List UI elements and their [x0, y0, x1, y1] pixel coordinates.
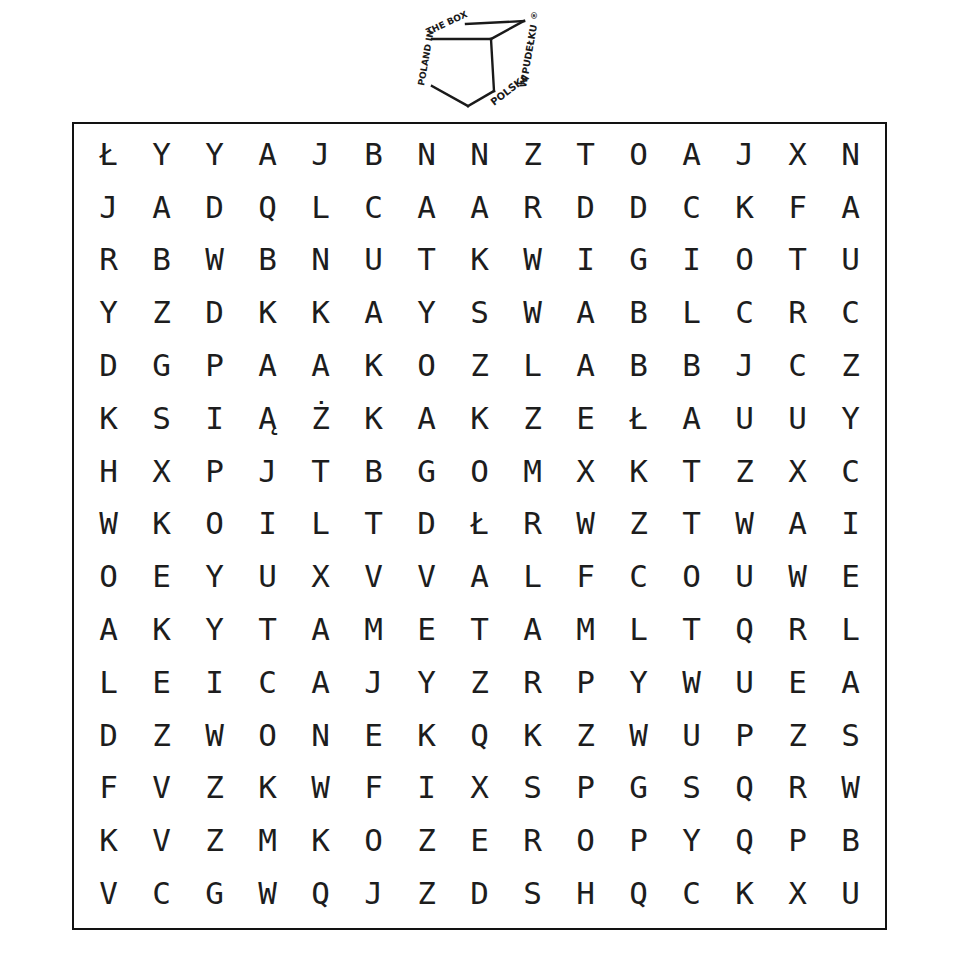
grid-cell[interactable]: R — [506, 498, 559, 551]
grid-cell[interactable]: O — [665, 550, 718, 603]
grid-cell[interactable]: N — [824, 128, 877, 181]
grid-cell[interactable]: W — [771, 550, 824, 603]
grid-cell[interactable]: A — [824, 656, 877, 709]
grid-cell[interactable]: T — [665, 445, 718, 498]
grid-cell[interactable]: W — [559, 498, 612, 551]
grid-cell[interactable]: R — [771, 286, 824, 339]
grid-cell[interactable]: Ł — [82, 128, 135, 181]
grid-cell[interactable]: N — [294, 709, 347, 762]
grid-cell[interactable]: H — [559, 867, 612, 920]
grid-cell[interactable]: A — [665, 392, 718, 445]
grid-cell[interactable]: U — [824, 234, 877, 287]
grid-cell[interactable]: W — [188, 709, 241, 762]
grid-cell[interactable]: W — [612, 709, 665, 762]
grid-cell[interactable]: A — [559, 339, 612, 392]
grid-cell[interactable]: W — [824, 762, 877, 815]
grid-cell[interactable]: J — [294, 128, 347, 181]
grid-cell[interactable]: K — [82, 814, 135, 867]
grid-cell[interactable]: I — [241, 498, 294, 551]
grid-cell[interactable]: K — [347, 392, 400, 445]
grid-cell[interactable]: A — [294, 656, 347, 709]
grid-cell[interactable]: Z — [400, 814, 453, 867]
grid-cell[interactable]: W — [241, 867, 294, 920]
grid-cell[interactable]: Z — [771, 709, 824, 762]
grid-cell[interactable]: O — [188, 498, 241, 551]
grid-cell[interactable]: M — [506, 445, 559, 498]
brand-logo: THE BOX POLAND IN POLSKA W PUDEŁKU ® — [411, 5, 563, 117]
grid-cell[interactable]: I — [559, 234, 612, 287]
grid-cell[interactable]: Z — [453, 339, 506, 392]
grid-cell[interactable]: M — [559, 603, 612, 656]
grid-cell[interactable]: J — [718, 128, 771, 181]
grid-cell[interactable]: J — [82, 181, 135, 234]
grid-cell[interactable]: J — [347, 867, 400, 920]
grid-cell[interactable]: T — [453, 603, 506, 656]
registered-trademark-icon: ® — [530, 12, 538, 21]
grid-cell[interactable]: V — [347, 550, 400, 603]
grid-cell[interactable]: T — [665, 603, 718, 656]
grid-cell[interactable]: Q — [612, 867, 665, 920]
grid-cell[interactable]: A — [135, 181, 188, 234]
grid-cell[interactable]: P — [188, 339, 241, 392]
grid-cell[interactable]: R — [771, 603, 824, 656]
grid-cell[interactable]: N — [294, 234, 347, 287]
grid-cell[interactable]: C — [771, 339, 824, 392]
grid-cell[interactable]: B — [612, 286, 665, 339]
grid-cell[interactable]: W — [718, 498, 771, 551]
grid-cell[interactable]: C — [665, 181, 718, 234]
grid-cell[interactable]: D — [612, 181, 665, 234]
grid-cell[interactable]: U — [771, 392, 824, 445]
grid-cell[interactable]: K — [506, 709, 559, 762]
grid-cell[interactable]: L — [294, 498, 347, 551]
grid-cell[interactable]: I — [400, 762, 453, 815]
grid-cell[interactable]: O — [559, 814, 612, 867]
grid-cell[interactable]: D — [559, 181, 612, 234]
grid-cell[interactable]: Q — [294, 867, 347, 920]
grid-cell[interactable]: Z — [824, 339, 877, 392]
grid-cell[interactable]: E — [135, 656, 188, 709]
grid-cell[interactable]: C — [612, 550, 665, 603]
grid-cell[interactable]: Y — [188, 128, 241, 181]
grid-cell[interactable]: A — [771, 498, 824, 551]
grid-cell[interactable]: J — [241, 445, 294, 498]
grid-cell[interactable]: Y — [612, 656, 665, 709]
grid-cell[interactable]: C — [824, 445, 877, 498]
grid-cell[interactable]: Z — [559, 709, 612, 762]
grid-cell[interactable]: T — [241, 603, 294, 656]
grid-cell[interactable]: R — [506, 181, 559, 234]
grid-cell[interactable]: R — [82, 234, 135, 287]
page: THE BOX POLAND IN POLSKA W PUDEŁKU ® ŁYY… — [0, 0, 960, 960]
grid-cell[interactable]: Z — [188, 814, 241, 867]
grid-cell[interactable]: V — [135, 762, 188, 815]
grid-cell[interactable]: V — [135, 814, 188, 867]
grid-cell[interactable]: F — [82, 762, 135, 815]
box-bottom-left-edge — [432, 86, 468, 106]
grid-cell[interactable]: I — [188, 392, 241, 445]
grid-cell[interactable]: R — [771, 762, 824, 815]
grid-cell[interactable]: I — [824, 498, 877, 551]
grid-cell[interactable]: S — [506, 867, 559, 920]
grid-cell[interactable]: C — [718, 286, 771, 339]
grid-cell[interactable]: A — [453, 550, 506, 603]
grid-cell[interactable]: K — [241, 762, 294, 815]
grid-cell[interactable]: S — [506, 762, 559, 815]
grid-cell[interactable]: T — [347, 498, 400, 551]
grid-cell[interactable]: O — [400, 339, 453, 392]
grid-cell[interactable]: M — [347, 603, 400, 656]
grid-cell[interactable]: O — [718, 234, 771, 287]
grid-cell[interactable]: R — [506, 656, 559, 709]
grid-cell[interactable]: T — [400, 234, 453, 287]
grid-cell[interactable]: I — [665, 234, 718, 287]
grid-cell[interactable]: K — [135, 498, 188, 551]
grid-cell[interactable]: X — [771, 867, 824, 920]
grid-cell[interactable]: Q — [718, 603, 771, 656]
grid-cell[interactable]: S — [665, 762, 718, 815]
grid-cell[interactable]: Z — [400, 867, 453, 920]
grid-cell[interactable]: G — [612, 762, 665, 815]
grid-cell[interactable]: F — [347, 762, 400, 815]
grid-cell[interactable]: X — [559, 445, 612, 498]
grid-cell[interactable]: Y — [400, 286, 453, 339]
grid-cell[interactable]: S — [453, 286, 506, 339]
grid-cell[interactable]: W — [506, 286, 559, 339]
grid-cell[interactable]: B — [135, 234, 188, 287]
grid-cell[interactable]: A — [294, 339, 347, 392]
grid-cell[interactable]: B — [241, 234, 294, 287]
box-top-back-edge — [466, 21, 524, 24]
grid-cell[interactable]: R — [506, 814, 559, 867]
grid-cell[interactable]: X — [771, 128, 824, 181]
grid-cell[interactable]: O — [82, 550, 135, 603]
grid-cell[interactable]: W — [665, 656, 718, 709]
grid-cell[interactable]: X — [135, 445, 188, 498]
grid-cell[interactable]: P — [718, 709, 771, 762]
grid-cell[interactable]: X — [294, 550, 347, 603]
grid-cell[interactable]: D — [188, 286, 241, 339]
grid-cell[interactable]: L — [612, 603, 665, 656]
grid-cell[interactable]: U — [718, 656, 771, 709]
grid-cell[interactable]: L — [824, 603, 877, 656]
grid-cell[interactable]: Z — [135, 286, 188, 339]
grid-cell[interactable]: B — [347, 128, 400, 181]
grid-cell[interactable]: Ł — [612, 392, 665, 445]
grid-cell[interactable]: K — [135, 603, 188, 656]
grid-cell[interactable]: E — [771, 656, 824, 709]
box-top-right-edge — [491, 21, 524, 39]
grid-cell[interactable]: C — [241, 656, 294, 709]
grid-cell[interactable]: P — [612, 814, 665, 867]
grid-cell[interactable]: F — [771, 181, 824, 234]
grid-cell[interactable]: P — [559, 762, 612, 815]
grid-cell[interactable]: T — [294, 445, 347, 498]
grid-cell[interactable]: U — [824, 867, 877, 920]
grid-cell[interactable]: K — [718, 181, 771, 234]
grid-cell[interactable]: K — [612, 445, 665, 498]
grid-cell[interactable]: S — [824, 709, 877, 762]
box-front-right-edge — [491, 39, 494, 91]
grid-cell[interactable]: W — [188, 234, 241, 287]
grid-cell[interactable]: W — [294, 762, 347, 815]
grid-cell[interactable]: K — [347, 339, 400, 392]
grid-cell[interactable]: P — [559, 656, 612, 709]
grid-cell[interactable]: C — [135, 867, 188, 920]
grid-cell[interactable]: P — [188, 445, 241, 498]
grid-cell[interactable]: V — [82, 867, 135, 920]
grid-cell[interactable]: L — [506, 550, 559, 603]
grid-cell[interactable]: X — [453, 762, 506, 815]
grid-cell[interactable]: A — [294, 603, 347, 656]
grid-cell[interactable]: K — [718, 867, 771, 920]
grid-cell[interactable]: E — [824, 550, 877, 603]
grid-cell[interactable]: U — [718, 392, 771, 445]
grid-cell[interactable]: O — [347, 814, 400, 867]
grid-cell[interactable]: A — [824, 181, 877, 234]
grid-cell[interactable]: T — [665, 498, 718, 551]
grid-cell[interactable]: K — [241, 286, 294, 339]
grid-cell[interactable]: G — [400, 445, 453, 498]
grid-cell[interactable]: F — [559, 550, 612, 603]
grid-cell[interactable]: Y — [665, 814, 718, 867]
grid-cell[interactable]: Q — [241, 181, 294, 234]
grid-cell[interactable]: Z — [718, 445, 771, 498]
grid-cell[interactable]: Z — [612, 498, 665, 551]
grid-cell[interactable]: B — [665, 339, 718, 392]
grid-cell[interactable]: Z — [506, 392, 559, 445]
grid-cell[interactable]: O — [241, 709, 294, 762]
grid-cell[interactable]: G — [612, 234, 665, 287]
grid-cell[interactable]: K — [453, 234, 506, 287]
grid-cell[interactable]: I — [188, 656, 241, 709]
puzzle-border: ŁYYAJBNNZTOAJXNJADQLCAARDDCKFARBWBNUTKWI… — [72, 122, 887, 930]
grid-cell[interactable]: U — [347, 234, 400, 287]
grid-cell[interactable]: A — [506, 603, 559, 656]
grid-cell[interactable]: Ł — [453, 498, 506, 551]
grid-cell[interactable]: H — [82, 445, 135, 498]
grid-cell[interactable]: L — [294, 181, 347, 234]
grid-cell[interactable]: Y — [135, 128, 188, 181]
grid-cell[interactable]: L — [665, 286, 718, 339]
grid-cell[interactable]: A — [559, 286, 612, 339]
grid-cell[interactable]: Z — [453, 656, 506, 709]
grid-cell[interactable]: S — [135, 392, 188, 445]
grid-cell[interactable]: Z — [506, 128, 559, 181]
grid-cell[interactable]: A — [241, 339, 294, 392]
grid-cell[interactable]: O — [612, 128, 665, 181]
grid-cell[interactable]: J — [347, 656, 400, 709]
grid-cell[interactable]: O — [453, 445, 506, 498]
grid-cell[interactable]: W — [82, 498, 135, 551]
grid-cell[interactable]: E — [559, 392, 612, 445]
grid-cell[interactable]: E — [453, 814, 506, 867]
grid-cell[interactable]: L — [506, 339, 559, 392]
grid-cell[interactable]: E — [135, 550, 188, 603]
grid-cell[interactable]: C — [824, 286, 877, 339]
grid-cell[interactable]: A — [347, 286, 400, 339]
grid-cell[interactable]: G — [135, 339, 188, 392]
grid-cell[interactable]: Q — [718, 814, 771, 867]
grid-cell[interactable]: A — [241, 128, 294, 181]
grid-cell[interactable]: A — [82, 603, 135, 656]
grid-cell[interactable]: X — [771, 445, 824, 498]
grid-cell[interactable]: J — [718, 339, 771, 392]
grid-cell[interactable]: Ż — [294, 392, 347, 445]
grid-cell[interactable]: K — [453, 392, 506, 445]
grid-cell[interactable]: D — [400, 498, 453, 551]
word-grid: ŁYYAJBNNZTOAJXNJADQLCAARDDCKFARBWBNUTKWI… — [82, 128, 877, 920]
grid-cell[interactable]: Ą — [241, 392, 294, 445]
logo-text-w-pudelku: W PUDEŁKU — [517, 24, 539, 89]
grid-cell[interactable]: G — [188, 867, 241, 920]
grid-cell[interactable]: U — [241, 550, 294, 603]
grid-cell[interactable]: A — [400, 392, 453, 445]
grid-cell[interactable]: K — [400, 709, 453, 762]
grid-cell[interactable]: Y — [188, 550, 241, 603]
grid-cell[interactable]: A — [453, 181, 506, 234]
grid-cell[interactable]: E — [400, 603, 453, 656]
grid-cell[interactable]: B — [824, 814, 877, 867]
grid-cell[interactable]: C — [347, 181, 400, 234]
grid-cell[interactable]: Q — [718, 762, 771, 815]
grid-cell[interactable]: K — [294, 286, 347, 339]
grid-cell[interactable]: A — [665, 128, 718, 181]
logo-text-poland-in: POLAND IN — [416, 29, 436, 86]
box-logo-icon: THE BOX POLAND IN POLSKA W PUDEŁKU ® — [411, 5, 563, 117]
grid-cell[interactable]: Q — [453, 709, 506, 762]
grid-cell[interactable]: Z — [188, 762, 241, 815]
grid-cell[interactable]: Y — [400, 656, 453, 709]
grid-cell[interactable]: A — [400, 181, 453, 234]
grid-cell[interactable]: C — [665, 867, 718, 920]
grid-cell[interactable]: N — [400, 128, 453, 181]
grid-cell[interactable]: D — [453, 867, 506, 920]
grid-cell[interactable]: Z — [135, 709, 188, 762]
grid-cell[interactable]: K — [294, 814, 347, 867]
grid-cell[interactable]: V — [400, 550, 453, 603]
grid-cell[interactable]: D — [82, 339, 135, 392]
grid-cell[interactable]: K — [82, 392, 135, 445]
grid-cell[interactable]: T — [559, 128, 612, 181]
grid-cell[interactable]: P — [771, 814, 824, 867]
grid-cell[interactable]: L — [82, 656, 135, 709]
grid-cell[interactable]: E — [347, 709, 400, 762]
grid-cell[interactable]: D — [82, 709, 135, 762]
grid-cell[interactable]: Y — [824, 392, 877, 445]
grid-cell[interactable]: N — [453, 128, 506, 181]
grid-cell[interactable]: Y — [82, 286, 135, 339]
grid-cell[interactable]: B — [347, 445, 400, 498]
grid-cell[interactable]: B — [612, 339, 665, 392]
grid-cell[interactable]: T — [771, 234, 824, 287]
grid-cell[interactable]: U — [718, 550, 771, 603]
grid-cell[interactable]: D — [188, 181, 241, 234]
grid-cell[interactable]: M — [241, 814, 294, 867]
grid-cell[interactable]: W — [506, 234, 559, 287]
grid-cell[interactable]: U — [665, 709, 718, 762]
grid-cell[interactable]: Y — [188, 603, 241, 656]
